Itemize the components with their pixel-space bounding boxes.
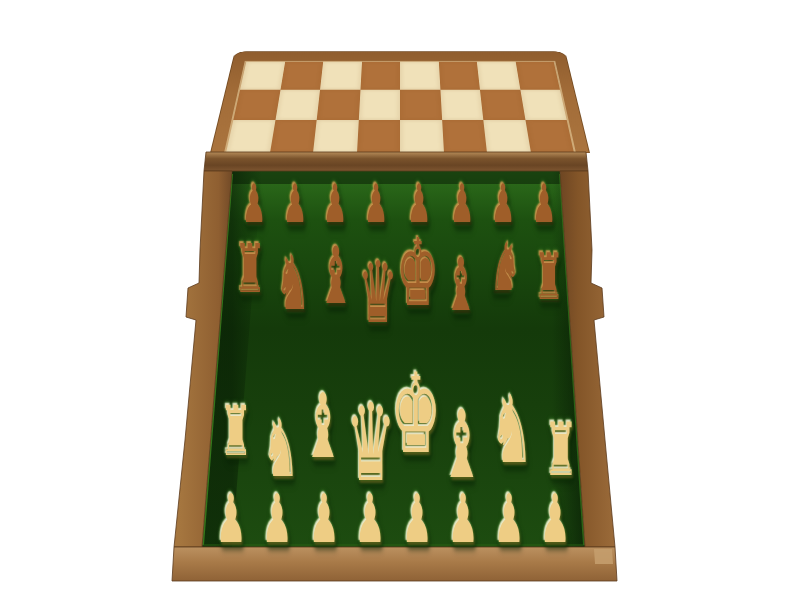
light-pawn[interactable]: ♟ (447, 486, 478, 553)
light-pawn[interactable]: ♟ (354, 486, 385, 553)
dark-rook[interactable]: ♜ (534, 245, 564, 309)
dark-queen[interactable]: ♛ (358, 250, 398, 335)
dark-pawn[interactable]: ♟ (450, 177, 475, 230)
light-pawn[interactable]: ♟ (401, 486, 432, 553)
dark-pawn[interactable]: ♟ (532, 177, 557, 230)
dark-king[interactable]: ♚ (396, 227, 439, 320)
dark-pawn[interactable]: ♟ (323, 177, 348, 230)
light-rook[interactable]: ♜ (544, 413, 578, 486)
dark-knight[interactable]: ♞ (490, 235, 521, 301)
light-bishop[interactable]: ♝ (440, 398, 484, 492)
light-pawn[interactable]: ♟ (493, 486, 524, 553)
light-knight[interactable]: ♞ (263, 410, 300, 489)
light-knight[interactable]: ♞ (490, 384, 533, 477)
light-rook[interactable]: ♜ (220, 397, 252, 466)
light-pawn[interactable]: ♟ (261, 486, 292, 553)
light-pawn[interactable]: ♟ (539, 486, 570, 553)
chess-box-photo: ♟♟♟♟♟♟♟♟♜♞♝♛♚♝♞♜♜♞♝♛♚♝♞♜♟♟♟♟♟♟♟♟ (0, 0, 800, 614)
light-bishop[interactable]: ♝ (302, 382, 343, 471)
dark-pawn[interactable]: ♟ (283, 177, 308, 230)
light-pawn[interactable]: ♟ (215, 486, 246, 553)
dark-pawn[interactable]: ♟ (364, 177, 389, 230)
light-king[interactable]: ♚ (390, 359, 441, 469)
dark-bishop[interactable]: ♝ (444, 248, 478, 321)
dark-rook[interactable]: ♜ (234, 236, 265, 303)
dark-pawn[interactable]: ♟ (242, 177, 267, 230)
pieces-layer: ♟♟♟♟♟♟♟♟♜♞♝♛♚♝♞♜♜♞♝♛♚♝♞♜♟♟♟♟♟♟♟♟ (0, 0, 800, 614)
dark-knight[interactable]: ♞ (276, 246, 311, 321)
dark-pawn[interactable]: ♟ (491, 177, 516, 230)
light-pawn[interactable]: ♟ (308, 486, 339, 553)
dark-bishop[interactable]: ♝ (318, 237, 355, 316)
